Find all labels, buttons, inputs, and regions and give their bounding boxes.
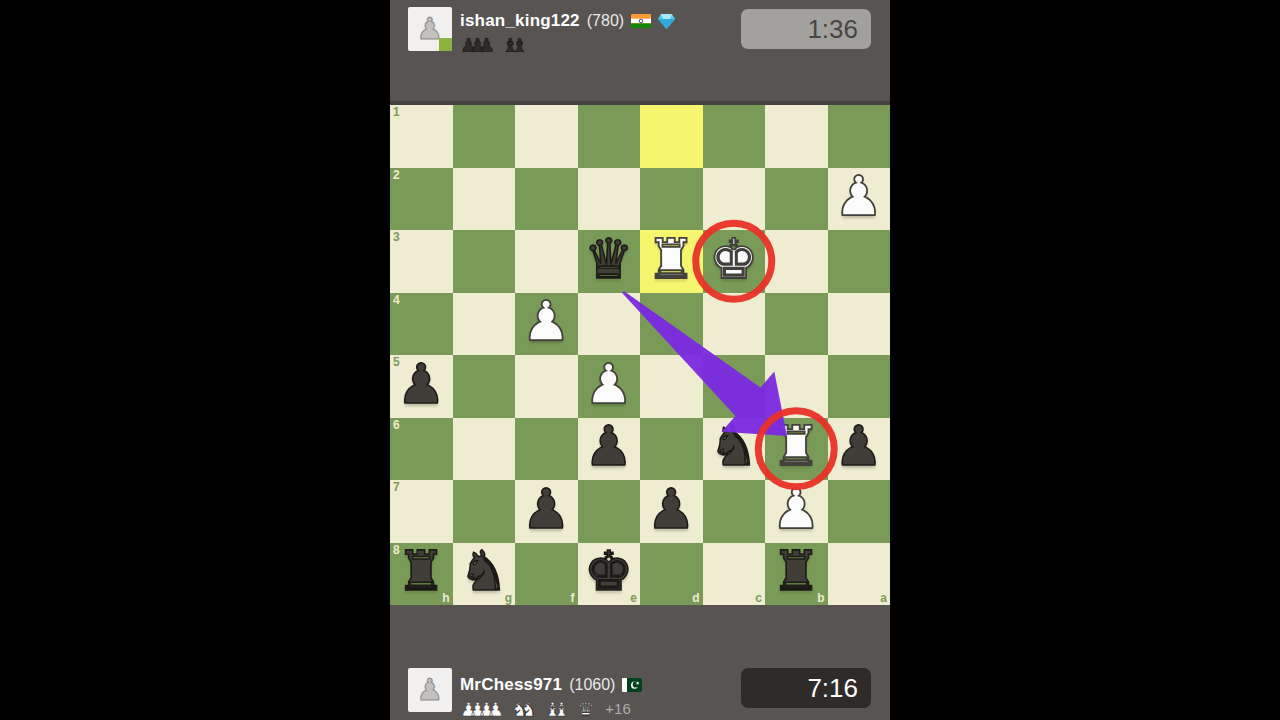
- square-g7[interactable]: [453, 480, 516, 543]
- piece-black-pawn-f7[interactable]: ♟: [515, 478, 578, 541]
- square-c7[interactable]: [703, 480, 766, 543]
- top-player-name[interactable]: ishan_king122: [460, 11, 580, 31]
- square-g5[interactable]: [453, 355, 516, 418]
- material-advantage: +16: [605, 700, 630, 718]
- captured-piece-group: ♝♝: [502, 36, 528, 54]
- online-status-badge: [439, 38, 452, 51]
- india-flag-icon: [631, 14, 651, 28]
- square-g8[interactable]: g♞: [453, 543, 516, 606]
- piece-black-pawn-a6[interactable]: ♟: [828, 416, 891, 479]
- square-e6[interactable]: ♟: [578, 418, 641, 481]
- square-c2[interactable]: [703, 168, 766, 231]
- square-g1[interactable]: [453, 105, 516, 168]
- square-d2[interactable]: [640, 168, 703, 231]
- rank-label-4: 4: [393, 294, 400, 306]
- rank-label-2: 2: [393, 169, 400, 181]
- avatar-pawn-icon: ♟: [417, 675, 444, 705]
- piece-black-rook-h8[interactable]: ♜: [390, 541, 453, 604]
- piece-white-pawn-e5[interactable]: ♟: [578, 353, 641, 416]
- square-e5[interactable]: ♟: [578, 355, 641, 418]
- square-b1[interactable]: [765, 105, 828, 168]
- bottom-player-name-row: MrChess971 (1060): [460, 674, 642, 696]
- square-a5[interactable]: [828, 355, 891, 418]
- piece-black-pawn-d7[interactable]: ♟: [640, 478, 703, 541]
- piece-black-king-e8[interactable]: ♚: [578, 541, 641, 604]
- square-h5[interactable]: 5♟: [390, 355, 453, 418]
- square-f8[interactable]: f: [515, 543, 578, 606]
- square-f6[interactable]: [515, 418, 578, 481]
- square-g2[interactable]: [453, 168, 516, 231]
- square-a1[interactable]: [828, 105, 891, 168]
- piece-black-pawn-e6[interactable]: ♟: [578, 416, 641, 479]
- square-a8[interactable]: a: [828, 543, 891, 606]
- square-c6[interactable]: ♞: [703, 418, 766, 481]
- file-label-d: d: [692, 592, 699, 604]
- chess-board: 12♟3♛♜♚4♟5♟♟6♟♞♜♟7♟♟♟8h♜g♞fe♚dcb♜a: [390, 105, 890, 605]
- captured-piece-group: ♞♞: [511, 700, 537, 718]
- bottom-player-rating: (1060): [569, 676, 615, 694]
- square-b2[interactable]: [765, 168, 828, 231]
- square-g3[interactable]: [453, 230, 516, 293]
- square-e1[interactable]: [578, 105, 641, 168]
- captured-piece-group: ♛: [577, 700, 594, 718]
- square-a7[interactable]: [828, 480, 891, 543]
- square-f7[interactable]: ♟: [515, 480, 578, 543]
- square-e4[interactable]: [578, 293, 641, 356]
- square-b4[interactable]: [765, 293, 828, 356]
- diamond-gem-icon: [658, 14, 675, 29]
- piece-black-rook-b8[interactable]: ♜: [765, 541, 828, 604]
- file-label-f: f: [571, 592, 575, 604]
- bottom-player-clock: 7:16: [741, 668, 871, 708]
- board-grid: 12♟3♛♜♚4♟5♟♟6♟♞♜♟7♟♟♟8h♜g♞fe♚dcb♜a: [390, 105, 890, 605]
- top-player-avatar[interactable]: ♟: [408, 7, 452, 51]
- piece-white-pawn-f4[interactable]: ♟: [515, 291, 578, 354]
- square-d6[interactable]: [640, 418, 703, 481]
- square-f4[interactable]: ♟: [515, 293, 578, 356]
- square-d3[interactable]: ♜: [640, 230, 703, 293]
- letterbox-stage: ♟ ishan_king122 (780) ♟♟♟♝♝ 1:36: [0, 0, 1280, 720]
- piece-black-queen-e3[interactable]: ♛: [578, 228, 641, 291]
- square-f1[interactable]: [515, 105, 578, 168]
- square-h7[interactable]: 7: [390, 480, 453, 543]
- square-e2[interactable]: [578, 168, 641, 231]
- top-player-captured-pieces: ♟♟♟♝♝: [460, 34, 528, 54]
- square-b6[interactable]: ♜: [765, 418, 828, 481]
- square-d1[interactable]: [640, 105, 703, 168]
- square-h4[interactable]: 4: [390, 293, 453, 356]
- square-h6[interactable]: 6: [390, 418, 453, 481]
- square-f5[interactable]: [515, 355, 578, 418]
- square-b7[interactable]: ♟: [765, 480, 828, 543]
- rank-label-3: 3: [393, 231, 400, 243]
- square-e8[interactable]: e♚: [578, 543, 641, 606]
- square-c8[interactable]: c: [703, 543, 766, 606]
- bottom-player-captured-pieces: ♟♟♟♟♞♞♝♝♛+16: [460, 698, 631, 718]
- square-d4[interactable]: [640, 293, 703, 356]
- top-player-name-row: ishan_king122 (780): [460, 10, 675, 32]
- rank-label-1: 1: [393, 106, 400, 118]
- rank-label-6: 6: [393, 419, 400, 431]
- square-f2[interactable]: [515, 168, 578, 231]
- piece-white-king-c3[interactable]: ♚: [703, 228, 766, 291]
- top-player-rating: (780): [587, 12, 624, 30]
- square-h3[interactable]: 3: [390, 230, 453, 293]
- square-g4[interactable]: [453, 293, 516, 356]
- file-label-c: c: [755, 592, 762, 604]
- square-a3[interactable]: [828, 230, 891, 293]
- piece-white-rook-b6[interactable]: ♜: [765, 416, 828, 479]
- square-e7[interactable]: [578, 480, 641, 543]
- square-b3[interactable]: [765, 230, 828, 293]
- chess-app-screen: ♟ ishan_king122 (780) ♟♟♟♝♝ 1:36: [390, 0, 890, 720]
- captured-piece-group: ♟♟♟: [460, 36, 495, 54]
- square-a6[interactable]: ♟: [828, 418, 891, 481]
- square-c1[interactable]: [703, 105, 766, 168]
- captured-piece-group: ♟♟♟♟: [460, 700, 504, 718]
- square-a4[interactable]: [828, 293, 891, 356]
- square-c3[interactable]: ♚: [703, 230, 766, 293]
- square-g6[interactable]: [453, 418, 516, 481]
- file-label-a: a: [880, 592, 887, 604]
- square-f3[interactable]: [515, 230, 578, 293]
- square-d5[interactable]: [640, 355, 703, 418]
- piece-black-pawn-h5[interactable]: ♟: [390, 353, 453, 416]
- piece-white-pawn-b7[interactable]: ♟: [765, 478, 828, 541]
- square-c5[interactable]: [703, 355, 766, 418]
- piece-white-pawn-a2[interactable]: ♟: [828, 166, 891, 229]
- square-b5[interactable]: [765, 355, 828, 418]
- square-h2[interactable]: 2: [390, 168, 453, 231]
- rank-label-7: 7: [393, 481, 400, 493]
- square-h1[interactable]: 1: [390, 105, 453, 168]
- bottom-player-avatar[interactable]: ♟: [408, 668, 452, 712]
- bottom-player-name[interactable]: MrChess971: [460, 675, 562, 695]
- top-player-clock: 1:36: [741, 9, 871, 49]
- square-h8[interactable]: 8h♜: [390, 543, 453, 606]
- square-a2[interactable]: ♟: [828, 168, 891, 231]
- captured-piece-group: ♝♝: [544, 700, 570, 718]
- piece-black-knight-c6[interactable]: ♞: [703, 416, 766, 479]
- piece-white-rook-d3[interactable]: ♜: [640, 228, 703, 291]
- square-d8[interactable]: d: [640, 543, 703, 606]
- square-e3[interactable]: ♛: [578, 230, 641, 293]
- square-b8[interactable]: b♜: [765, 543, 828, 606]
- piece-black-knight-g8[interactable]: ♞: [453, 541, 516, 604]
- square-d7[interactable]: ♟: [640, 480, 703, 543]
- pakistan-flag-icon: [622, 678, 642, 692]
- square-c4[interactable]: [703, 293, 766, 356]
